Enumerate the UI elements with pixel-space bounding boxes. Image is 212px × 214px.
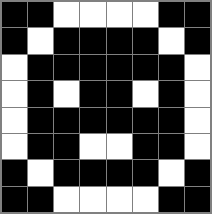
cell-r6c8-empty[interactable]	[185, 134, 210, 159]
cell-r7c1-filled[interactable]	[2, 160, 27, 185]
puzzle-board	[0, 0, 212, 214]
cell-r6c4-empty[interactable]	[80, 134, 105, 159]
cell-r7c3-filled[interactable]	[54, 160, 79, 185]
cell-r8c1-filled[interactable]	[2, 187, 27, 212]
cell-r5c4-filled[interactable]	[80, 108, 105, 133]
cell-r2c2-empty[interactable]	[28, 28, 53, 53]
cell-r8c4-empty[interactable]	[80, 187, 105, 212]
cell-r3c7-filled[interactable]	[159, 55, 184, 80]
cell-r1c6-empty[interactable]	[133, 2, 158, 27]
cell-r3c2-filled[interactable]	[28, 55, 53, 80]
cell-r5c8-empty[interactable]	[185, 108, 210, 133]
cell-r3c6-filled[interactable]	[133, 55, 158, 80]
cell-r6c7-filled[interactable]	[159, 134, 184, 159]
cell-r6c3-filled[interactable]	[54, 134, 79, 159]
cell-r5c3-filled[interactable]	[54, 108, 79, 133]
cell-r4c7-filled[interactable]	[159, 81, 184, 106]
cell-r3c5-filled[interactable]	[107, 55, 132, 80]
cell-r8c5-empty[interactable]	[107, 187, 132, 212]
cell-r5c5-filled[interactable]	[107, 108, 132, 133]
cell-r6c1-empty[interactable]	[2, 134, 27, 159]
cell-r7c7-empty[interactable]	[159, 160, 184, 185]
cell-r2c4-filled[interactable]	[80, 28, 105, 53]
cell-r2c1-filled[interactable]	[2, 28, 27, 53]
cell-r1c8-filled[interactable]	[185, 2, 210, 27]
cell-r4c3-empty[interactable]	[54, 81, 79, 106]
cell-r7c6-filled[interactable]	[133, 160, 158, 185]
cell-r3c4-filled[interactable]	[80, 55, 105, 80]
cell-r4c5-filled[interactable]	[107, 81, 132, 106]
cell-r8c7-filled[interactable]	[159, 187, 184, 212]
cell-r3c8-empty[interactable]	[185, 55, 210, 80]
cell-r5c2-filled[interactable]	[28, 108, 53, 133]
cell-r1c1-filled[interactable]	[2, 2, 27, 27]
cell-r8c2-filled[interactable]	[28, 187, 53, 212]
cell-r3c3-filled[interactable]	[54, 55, 79, 80]
cell-r1c3-empty[interactable]	[54, 2, 79, 27]
cell-r7c8-filled[interactable]	[185, 160, 210, 185]
cell-r4c6-empty[interactable]	[133, 81, 158, 106]
cell-r2c6-filled[interactable]	[133, 28, 158, 53]
cell-r8c3-empty[interactable]	[54, 187, 79, 212]
cell-r5c7-filled[interactable]	[159, 108, 184, 133]
cell-r1c7-filled[interactable]	[159, 2, 184, 27]
cell-r2c7-empty[interactable]	[159, 28, 184, 53]
cell-r8c6-empty[interactable]	[133, 187, 158, 212]
cell-r6c5-empty[interactable]	[107, 134, 132, 159]
cell-r6c2-filled[interactable]	[28, 134, 53, 159]
cell-r4c8-empty[interactable]	[185, 81, 210, 106]
cell-r1c4-empty[interactable]	[80, 2, 105, 27]
cell-r4c2-filled[interactable]	[28, 81, 53, 106]
cell-r2c5-filled[interactable]	[107, 28, 132, 53]
cell-r7c2-empty[interactable]	[28, 160, 53, 185]
cell-r4c4-filled[interactable]	[80, 81, 105, 106]
cell-r5c1-empty[interactable]	[2, 108, 27, 133]
cell-r2c8-filled[interactable]	[185, 28, 210, 53]
cell-r8c8-filled[interactable]	[185, 187, 210, 212]
cell-r1c2-filled[interactable]	[28, 2, 53, 27]
cell-r5c6-filled[interactable]	[133, 108, 158, 133]
cell-r1c5-empty[interactable]	[107, 2, 132, 27]
cell-r7c4-filled[interactable]	[80, 160, 105, 185]
cell-r6c6-filled[interactable]	[133, 134, 158, 159]
cell-r2c3-filled[interactable]	[54, 28, 79, 53]
cell-r3c1-empty[interactable]	[2, 55, 27, 80]
cell-r4c1-empty[interactable]	[2, 81, 27, 106]
cell-r7c5-filled[interactable]	[107, 160, 132, 185]
